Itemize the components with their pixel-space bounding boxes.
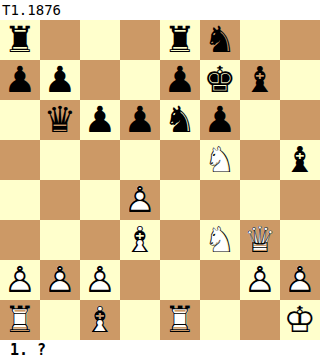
piece-outline-layer: ♘ [204, 142, 236, 178]
black-bishop: ♝ [284, 142, 316, 178]
square-h7[interactable] [280, 60, 320, 100]
white-rook: ♜♖ [164, 302, 196, 338]
white-bishop: ♝♗ [124, 222, 156, 258]
square-f5[interactable]: ♞♘ [200, 140, 240, 180]
square-b3[interactable] [40, 220, 80, 260]
piece-outline-layer: ♕ [244, 222, 276, 258]
square-d5[interactable] [120, 140, 160, 180]
black-knight: ♞ [164, 102, 196, 138]
square-a4[interactable] [0, 180, 40, 220]
square-e7[interactable]: ♟ [160, 60, 200, 100]
piece-outline-layer: ♔ [284, 302, 316, 338]
square-g8[interactable] [240, 20, 280, 60]
status-bar: 1. ? [0, 340, 320, 360]
white-pawn: ♟♙ [124, 182, 156, 218]
square-f4[interactable] [200, 180, 240, 220]
square-f2[interactable] [200, 260, 240, 300]
square-c2[interactable]: ♟♙ [80, 260, 120, 300]
white-pawn: ♟♙ [284, 262, 316, 298]
square-b7[interactable]: ♟ [40, 60, 80, 100]
white-knight: ♞♘ [204, 142, 236, 178]
square-d4[interactable]: ♟♙ [120, 180, 160, 220]
square-h1[interactable]: ♚♔ [280, 300, 320, 340]
square-d6[interactable]: ♟ [120, 100, 160, 140]
square-a7[interactable]: ♟ [0, 60, 40, 100]
square-f1[interactable] [200, 300, 240, 340]
black-pawn: ♟ [124, 102, 156, 138]
white-king: ♚♔ [284, 302, 316, 338]
square-c4[interactable] [80, 180, 120, 220]
square-h4[interactable] [280, 180, 320, 220]
square-g1[interactable] [240, 300, 280, 340]
black-pawn: ♟ [4, 62, 36, 98]
black-knight: ♞ [204, 22, 236, 58]
square-c7[interactable] [80, 60, 120, 100]
puzzle-header: T1.1876 [0, 0, 320, 20]
black-queen: ♛ [44, 102, 76, 138]
square-f7[interactable]: ♚ [200, 60, 240, 100]
square-c5[interactable] [80, 140, 120, 180]
square-b5[interactable] [40, 140, 80, 180]
white-pawn: ♟♙ [244, 262, 276, 298]
square-a3[interactable] [0, 220, 40, 260]
square-f8[interactable]: ♞ [200, 20, 240, 60]
piece-outline-layer: ♙ [124, 182, 156, 218]
square-g2[interactable]: ♟♙ [240, 260, 280, 300]
square-b6[interactable]: ♛ [40, 100, 80, 140]
black-pawn: ♟ [84, 102, 116, 138]
square-a6[interactable] [0, 100, 40, 140]
black-rook: ♜ [164, 22, 196, 58]
piece-outline-layer: ♗ [124, 222, 156, 258]
white-queen: ♛♕ [244, 222, 276, 258]
puzzle-id: T1.1876 [2, 2, 61, 18]
square-f3[interactable]: ♞♘ [200, 220, 240, 260]
square-e1[interactable]: ♜♖ [160, 300, 200, 340]
square-d1[interactable] [120, 300, 160, 340]
square-e4[interactable] [160, 180, 200, 220]
square-c1[interactable]: ♝♗ [80, 300, 120, 340]
piece-outline-layer: ♙ [44, 262, 76, 298]
white-pawn: ♟♙ [4, 262, 36, 298]
black-pawn: ♟ [44, 62, 76, 98]
square-g3[interactable]: ♛♕ [240, 220, 280, 260]
square-d2[interactable] [120, 260, 160, 300]
black-rook: ♜ [4, 22, 36, 58]
square-h5[interactable]: ♝ [280, 140, 320, 180]
square-d8[interactable] [120, 20, 160, 60]
square-b1[interactable] [40, 300, 80, 340]
square-h6[interactable] [280, 100, 320, 140]
square-d7[interactable] [120, 60, 160, 100]
square-a5[interactable] [0, 140, 40, 180]
square-g6[interactable] [240, 100, 280, 140]
square-e2[interactable] [160, 260, 200, 300]
square-g4[interactable] [240, 180, 280, 220]
square-c8[interactable] [80, 20, 120, 60]
square-a2[interactable]: ♟♙ [0, 260, 40, 300]
piece-outline-layer: ♗ [84, 302, 116, 338]
square-e5[interactable] [160, 140, 200, 180]
square-g5[interactable] [240, 140, 280, 180]
square-a1[interactable]: ♜♖ [0, 300, 40, 340]
white-bishop: ♝♗ [84, 302, 116, 338]
square-b4[interactable] [40, 180, 80, 220]
square-b2[interactable]: ♟♙ [40, 260, 80, 300]
piece-outline-layer: ♙ [84, 262, 116, 298]
black-pawn: ♟ [164, 62, 196, 98]
piece-outline-layer: ♙ [244, 262, 276, 298]
square-c6[interactable]: ♟ [80, 100, 120, 140]
square-b8[interactable] [40, 20, 80, 60]
piece-outline-layer: ♙ [4, 262, 36, 298]
square-f6[interactable]: ♟ [200, 100, 240, 140]
square-c3[interactable] [80, 220, 120, 260]
black-bishop: ♝ [244, 62, 276, 98]
square-a8[interactable]: ♜ [0, 20, 40, 60]
white-knight: ♞♘ [204, 222, 236, 258]
square-e6[interactable]: ♞ [160, 100, 200, 140]
square-h8[interactable] [280, 20, 320, 60]
white-pawn: ♟♙ [84, 262, 116, 298]
piece-outline-layer: ♖ [4, 302, 36, 338]
square-d3[interactable]: ♝♗ [120, 220, 160, 260]
square-e3[interactable] [160, 220, 200, 260]
piece-outline-layer: ♖ [164, 302, 196, 338]
piece-outline-layer: ♘ [204, 222, 236, 258]
piece-outline-layer: ♙ [284, 262, 316, 298]
square-g7[interactable]: ♝ [240, 60, 280, 100]
square-e8[interactable]: ♜ [160, 20, 200, 60]
black-pawn: ♟ [204, 102, 236, 138]
white-rook: ♜♖ [4, 302, 36, 338]
black-king: ♚ [204, 62, 236, 98]
move-prompt: 1. ? [10, 341, 46, 359]
chess-board: ♜♜♞♟♟♟♚♝♛♟♟♞♟♞♘♝♟♙♝♗♞♘♛♕♟♙♟♙♟♙♟♙♟♙♜♖♝♗♜♖… [0, 20, 320, 340]
square-h2[interactable]: ♟♙ [280, 260, 320, 300]
square-h3[interactable] [280, 220, 320, 260]
white-pawn: ♟♙ [44, 262, 76, 298]
